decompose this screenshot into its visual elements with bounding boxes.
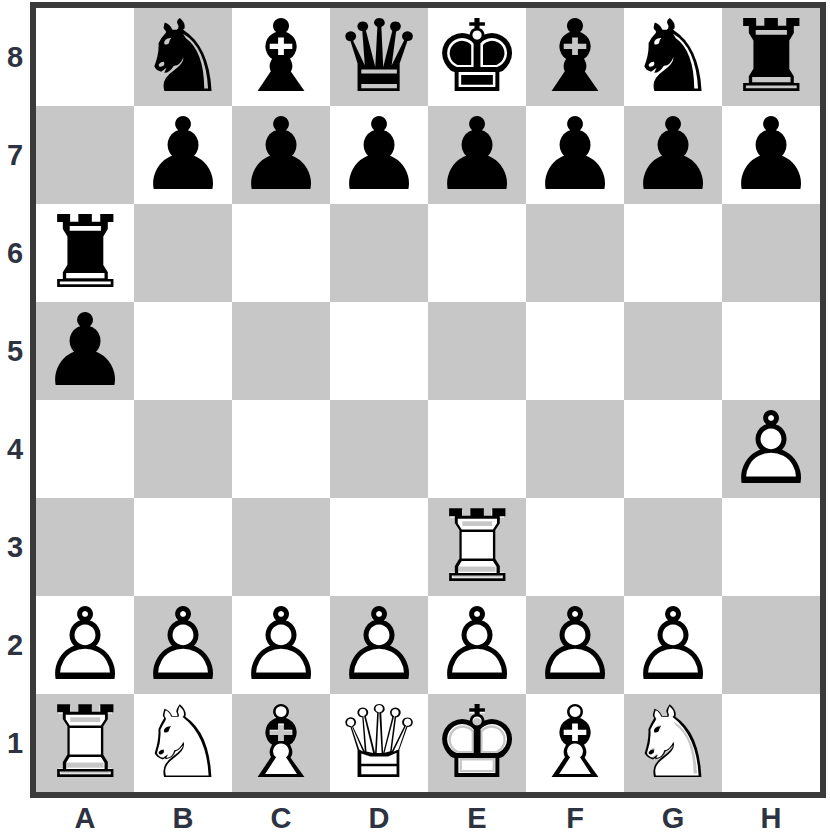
square-a3[interactable] [36,498,134,596]
black-piece-glyph: ♟ [36,302,134,400]
square-d6[interactable] [330,204,428,302]
square-e3[interactable]: ♜♖ [428,498,526,596]
square-a8[interactable] [36,8,134,106]
black-bishop-piece: ♝ [232,8,330,106]
square-g1[interactable]: ♞♘ [624,694,722,792]
square-h5[interactable] [722,302,820,400]
square-c2[interactable]: ♟♙ [232,596,330,694]
black-piece-glyph: ♟ [428,106,526,204]
black-pawn-piece: ♟ [232,106,330,204]
white-rook-piece: ♜♖ [36,694,134,792]
square-f5[interactable] [526,302,624,400]
square-e4[interactable] [428,400,526,498]
square-g5[interactable] [624,302,722,400]
white-piece-outline-glyph: ♘ [624,694,722,792]
square-f4[interactable] [526,400,624,498]
black-queen-piece: ♛ [330,8,428,106]
rank-label-8: 8 [0,8,30,106]
square-f1[interactable]: ♝♗ [526,694,624,792]
rank-label-2: 2 [0,596,30,694]
square-h7[interactable]: ♟ [722,106,820,204]
board: ♞♝♛♚♝♞♜♟♟♟♟♟♟♟♜♟♟♙♜♖♟♙♟♙♟♙♟♙♟♙♟♙♟♙♜♖♞♘♝♗… [30,2,826,798]
square-b7[interactable]: ♟ [134,106,232,204]
black-rook-piece: ♜ [722,8,820,106]
black-king-piece: ♚ [428,8,526,106]
file-label-g: G [624,798,722,838]
white-pawn-piece: ♟♙ [232,596,330,694]
square-e1[interactable]: ♚♔ [428,694,526,792]
square-a6[interactable]: ♜ [36,204,134,302]
square-a1[interactable]: ♜♖ [36,694,134,792]
square-g6[interactable] [624,204,722,302]
file-label-c: C [232,798,330,838]
square-e6[interactable] [428,204,526,302]
black-pawn-piece: ♟ [428,106,526,204]
white-piece-outline-glyph: ♙ [232,596,330,694]
square-a5[interactable]: ♟ [36,302,134,400]
black-pawn-piece: ♟ [330,106,428,204]
white-bishop-piece: ♝♗ [232,694,330,792]
white-piece-outline-glyph: ♙ [36,596,134,694]
white-piece-outline-glyph: ♙ [134,596,232,694]
white-pawn-piece: ♟♙ [330,596,428,694]
square-g7[interactable]: ♟ [624,106,722,204]
square-b5[interactable] [134,302,232,400]
white-knight-piece: ♞♘ [134,694,232,792]
black-piece-glyph: ♟ [624,106,722,204]
black-pawn-piece: ♟ [526,106,624,204]
square-a4[interactable] [36,400,134,498]
file-label-e: E [428,798,526,838]
rank-label-5: 5 [0,302,30,400]
square-b1[interactable]: ♞♘ [134,694,232,792]
square-c6[interactable] [232,204,330,302]
white-pawn-piece: ♟♙ [722,400,820,498]
file-label-h: H [722,798,820,838]
white-pawn-piece: ♟♙ [36,596,134,694]
rank-label-7: 7 [0,106,30,204]
square-e5[interactable] [428,302,526,400]
square-b4[interactable] [134,400,232,498]
square-b2[interactable]: ♟♙ [134,596,232,694]
white-pawn-piece: ♟♙ [624,596,722,694]
black-piece-glyph: ♝ [232,8,330,106]
square-c1[interactable]: ♝♗ [232,694,330,792]
rank-label-3: 3 [0,498,30,596]
square-h2[interactable] [722,596,820,694]
white-piece-outline-glyph: ♙ [624,596,722,694]
white-piece-outline-glyph: ♖ [36,694,134,792]
square-h3[interactable] [722,498,820,596]
black-rook-piece: ♜ [36,204,134,302]
rank-labels: 87654321 [0,2,30,798]
square-b8[interactable]: ♞ [134,8,232,106]
black-knight-piece: ♞ [134,8,232,106]
square-g8[interactable]: ♞ [624,8,722,106]
white-piece-outline-glyph: ♙ [722,400,820,498]
white-piece-outline-glyph: ♙ [428,596,526,694]
square-f8[interactable]: ♝ [526,8,624,106]
file-label-b: B [134,798,232,838]
file-labels: ABCDEFGH [36,798,830,838]
black-piece-glyph: ♝ [526,8,624,106]
square-f2[interactable]: ♟♙ [526,596,624,694]
square-g4[interactable] [624,400,722,498]
white-pawn-piece: ♟♙ [526,596,624,694]
white-piece-outline-glyph: ♖ [428,498,526,596]
square-g2[interactable]: ♟♙ [624,596,722,694]
white-queen-piece: ♛♕ [330,694,428,792]
square-d3[interactable] [330,498,428,596]
square-e7[interactable]: ♟ [428,106,526,204]
square-c7[interactable]: ♟ [232,106,330,204]
white-piece-outline-glyph: ♘ [134,694,232,792]
rank-label-1: 1 [0,694,30,792]
white-piece-outline-glyph: ♙ [526,596,624,694]
white-piece-outline-glyph: ♕ [330,694,428,792]
square-d5[interactable] [330,302,428,400]
white-piece-outline-glyph: ♙ [330,596,428,694]
file-label-d: D [330,798,428,838]
square-d2[interactable]: ♟♙ [330,596,428,694]
square-c5[interactable] [232,302,330,400]
black-piece-glyph: ♛ [330,8,428,106]
white-pawn-piece: ♟♙ [428,596,526,694]
square-d7[interactable]: ♟ [330,106,428,204]
white-king-piece: ♚♔ [428,694,526,792]
square-b3[interactable] [134,498,232,596]
file-label-f: F [526,798,624,838]
square-h8[interactable]: ♜ [722,8,820,106]
square-c8[interactable]: ♝ [232,8,330,106]
square-h4[interactable]: ♟♙ [722,400,820,498]
black-bishop-piece: ♝ [526,8,624,106]
square-c3[interactable] [232,498,330,596]
white-rook-piece: ♜♖ [428,498,526,596]
square-d4[interactable] [330,400,428,498]
rank-label-6: 6 [0,204,30,302]
black-pawn-piece: ♟ [134,106,232,204]
black-piece-glyph: ♟ [232,106,330,204]
square-a7[interactable] [36,106,134,204]
square-h6[interactable] [722,204,820,302]
white-piece-outline-glyph: ♗ [526,694,624,792]
black-piece-glyph: ♜ [722,8,820,106]
black-piece-glyph: ♜ [36,204,134,302]
black-piece-glyph: ♟ [134,106,232,204]
square-f6[interactable] [526,204,624,302]
white-piece-outline-glyph: ♔ [428,694,526,792]
white-pawn-piece: ♟♙ [134,596,232,694]
black-piece-glyph: ♟ [722,106,820,204]
rank-label-4: 4 [0,400,30,498]
square-a2[interactable]: ♟♙ [36,596,134,694]
black-piece-glyph: ♚ [428,8,526,106]
black-piece-glyph: ♞ [624,8,722,106]
black-piece-glyph: ♞ [134,8,232,106]
square-d1[interactable]: ♛♕ [330,694,428,792]
black-pawn-piece: ♟ [722,106,820,204]
black-pawn-piece: ♟ [36,302,134,400]
white-piece-outline-glyph: ♗ [232,694,330,792]
white-bishop-piece: ♝♗ [526,694,624,792]
black-knight-piece: ♞ [624,8,722,106]
file-label-a: A [36,798,134,838]
square-b6[interactable] [134,204,232,302]
black-piece-glyph: ♟ [526,106,624,204]
black-piece-glyph: ♟ [330,106,428,204]
white-knight-piece: ♞♘ [624,694,722,792]
square-f7[interactable]: ♟ [526,106,624,204]
square-c4[interactable] [232,400,330,498]
square-e2[interactable]: ♟♙ [428,596,526,694]
square-g3[interactable] [624,498,722,596]
square-e8[interactable]: ♚ [428,8,526,106]
square-d8[interactable]: ♛ [330,8,428,106]
black-pawn-piece: ♟ [624,106,722,204]
square-h1[interactable] [722,694,820,792]
square-f3[interactable] [526,498,624,596]
chessboard-layout: 87654321 ♞♝♛♚♝♞♜♟♟♟♟♟♟♟♜♟♟♙♜♖♟♙♟♙♟♙♟♙♟♙♟… [0,0,830,798]
